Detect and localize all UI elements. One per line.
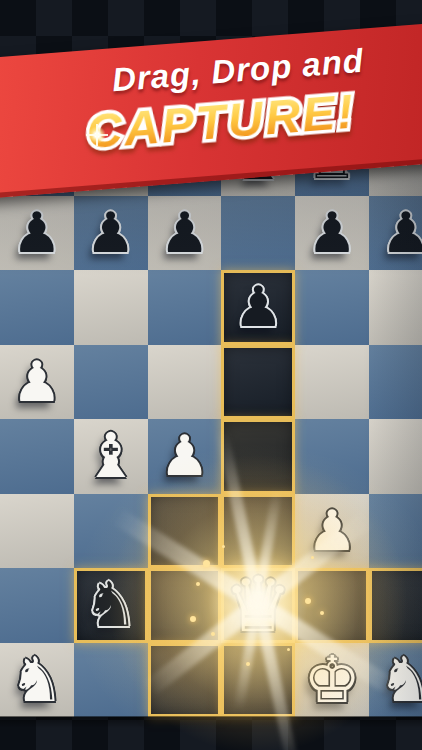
square-r5c0[interactable]	[0, 494, 74, 569]
square-r4c2[interactable]: ♟	[148, 419, 222, 494]
square-r6c2[interactable]	[148, 568, 222, 643]
square-r4c4[interactable]	[295, 419, 369, 494]
square-r7c2[interactable]	[148, 643, 222, 718]
square-r7c1[interactable]	[74, 643, 148, 718]
piece-white-knight[interactable]: ♞	[369, 643, 422, 718]
square-r6c3[interactable]: ♛	[221, 568, 295, 643]
square-r1c3[interactable]	[221, 196, 295, 271]
piece-black-pawn[interactable]: ♟	[0, 196, 74, 271]
piece-black-pawn[interactable]: ♟	[295, 196, 369, 271]
piece-white-knight[interactable]: ♞	[0, 643, 74, 718]
piece-black-pawn[interactable]: ♟	[148, 196, 222, 271]
square-r5c4[interactable]: ♟	[295, 494, 369, 569]
square-r6c4[interactable]	[295, 568, 369, 643]
square-r5c2[interactable]	[148, 494, 222, 569]
square-r3c0[interactable]: ♟	[0, 345, 74, 420]
square-r7c4[interactable]: ♚	[295, 643, 369, 718]
board-bottom-shadow	[0, 716, 422, 728]
piece-black-knight[interactable]: ♞	[74, 568, 148, 643]
square-r3c1[interactable]	[74, 345, 148, 420]
piece-white-queen[interactable]: ♛	[221, 568, 295, 643]
square-r7c0[interactable]: ♞	[0, 643, 74, 718]
square-r4c1[interactable]: ♝	[74, 419, 148, 494]
square-r2c5[interactable]	[369, 270, 422, 345]
square-r1c0[interactable]: ♟	[0, 196, 74, 271]
square-r7c5[interactable]: ♞	[369, 643, 422, 718]
square-r2c4[interactable]	[295, 270, 369, 345]
square-r3c3[interactable]	[221, 345, 295, 420]
piece-black-pawn[interactable]: ♟	[74, 196, 148, 271]
square-r6c0[interactable]	[0, 568, 74, 643]
square-r2c2[interactable]	[148, 270, 222, 345]
square-r3c4[interactable]	[295, 345, 369, 420]
square-r7c3[interactable]	[221, 643, 295, 718]
square-r4c3[interactable]	[221, 419, 295, 494]
square-r1c4[interactable]: ♟	[295, 196, 369, 271]
piece-black-pawn[interactable]: ♟	[369, 196, 422, 271]
square-r4c5[interactable]	[369, 419, 422, 494]
square-r1c2[interactable]: ♟	[148, 196, 222, 271]
piece-white-pawn[interactable]: ♟	[148, 419, 222, 494]
piece-white-pawn[interactable]: ♟	[295, 494, 369, 569]
square-r5c3[interactable]	[221, 494, 295, 569]
square-r2c0[interactable]	[0, 270, 74, 345]
square-r6c5[interactable]	[369, 568, 422, 643]
piece-white-pawn[interactable]: ♟	[0, 345, 74, 420]
square-r5c5[interactable]	[369, 494, 422, 569]
square-r3c5[interactable]	[369, 345, 422, 420]
piece-white-king[interactable]: ♚	[295, 643, 369, 718]
square-r3c2[interactable]	[148, 345, 222, 420]
app-screen: ♝♜♟♟♟♟♟♟♟♝♟♟♞♛♞♚♞ Drag, Drop and CAPTURE…	[0, 0, 422, 750]
square-r4c0[interactable]	[0, 419, 74, 494]
square-r6c1[interactable]: ♞	[74, 568, 148, 643]
piece-white-bishop[interactable]: ♝	[74, 419, 148, 494]
square-r5c1[interactable]	[74, 494, 148, 569]
chess-board: ♝♜♟♟♟♟♟♟♟♝♟♟♞♛♞♚♞	[0, 121, 422, 717]
piece-black-pawn[interactable]: ♟	[221, 270, 295, 345]
square-r2c3[interactable]: ♟	[221, 270, 295, 345]
square-r1c5[interactable]: ♟	[369, 196, 422, 271]
square-r1c1[interactable]: ♟	[74, 196, 148, 271]
square-r2c1[interactable]	[74, 270, 148, 345]
